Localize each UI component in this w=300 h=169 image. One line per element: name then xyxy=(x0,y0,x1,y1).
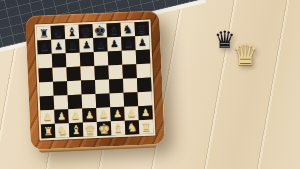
square-f2: ♟ xyxy=(110,107,125,122)
square-a6 xyxy=(38,54,53,69)
black-bishop: ♝ xyxy=(108,24,119,36)
black-bishop: ♝ xyxy=(66,26,77,38)
square-d8: ♛ xyxy=(79,24,94,39)
square-b8: ♞ xyxy=(51,25,66,40)
square-a1: ♜ xyxy=(41,124,56,139)
square-f4 xyxy=(109,79,124,94)
square-e5 xyxy=(94,65,109,80)
square-c5 xyxy=(66,67,81,82)
square-a8: ♜ xyxy=(37,26,52,41)
white-pawn: ♟ xyxy=(99,109,108,119)
square-f8: ♝ xyxy=(107,23,122,38)
square-e4 xyxy=(95,79,110,94)
square-d4 xyxy=(81,80,96,95)
white-bishop: ♝ xyxy=(112,122,123,134)
black-knight: ♞ xyxy=(52,26,63,38)
square-h8: ♜ xyxy=(135,22,150,37)
black-pawn: ♟ xyxy=(124,38,133,48)
square-g5 xyxy=(122,64,137,79)
square-f7: ♟ xyxy=(107,37,122,52)
black-pawn: ♟ xyxy=(40,42,49,52)
square-d3 xyxy=(82,94,97,109)
square-b5 xyxy=(52,67,67,82)
square-f3 xyxy=(110,93,125,108)
black-pawn: ♟ xyxy=(82,40,91,50)
square-g8: ♞ xyxy=(121,22,136,37)
square-h2: ♟ xyxy=(138,106,153,121)
square-d6 xyxy=(80,52,95,67)
white-king: ♚ xyxy=(98,121,111,136)
square-b1: ♞ xyxy=(55,123,70,138)
square-g6 xyxy=(122,50,137,65)
square-b2: ♟ xyxy=(54,109,69,124)
white-queen: ♛ xyxy=(84,123,96,136)
white-pawn: ♟ xyxy=(141,108,150,118)
white-bishop: ♝ xyxy=(71,124,82,136)
square-g3 xyxy=(124,92,139,107)
square-c6 xyxy=(66,53,81,68)
square-a5 xyxy=(38,68,53,83)
black-king: ♚ xyxy=(93,23,106,38)
spare-white-queen: ♛ xyxy=(232,40,259,70)
square-e3 xyxy=(96,93,111,108)
board-grid: ♜♞♝♛♚♝♞♜♟♟♟♟♟♟♟♟♟♟♟♟♟♟♟♟♜♞♝♛♚♝♞♜ xyxy=(35,20,156,141)
square-f6 xyxy=(108,51,123,66)
white-pawn: ♟ xyxy=(85,110,94,120)
black-pawn: ♟ xyxy=(138,38,147,48)
square-g1: ♞ xyxy=(125,120,140,135)
square-d7: ♟ xyxy=(79,38,94,53)
square-d1: ♛ xyxy=(83,122,98,137)
white-pawn: ♟ xyxy=(71,111,80,121)
black-rook: ♜ xyxy=(39,27,49,38)
square-f5 xyxy=(108,65,123,80)
square-f1: ♝ xyxy=(111,121,126,136)
black-pawn: ♟ xyxy=(96,40,105,50)
photo-scene: ♜♞♝♛♚♝♞♜♟♟♟♟♟♟♟♟♟♟♟♟♟♟♟♟♜♞♝♛♚♝♞♜ ♛ ♛ xyxy=(0,0,300,169)
white-rook: ♜ xyxy=(141,121,151,132)
square-c7: ♟ xyxy=(65,39,80,54)
square-e6 xyxy=(94,51,109,66)
white-rook: ♜ xyxy=(43,125,53,136)
white-pawn: ♟ xyxy=(43,112,52,122)
white-knight: ♞ xyxy=(126,121,137,133)
square-h7: ♟ xyxy=(135,36,150,51)
square-c2: ♟ xyxy=(68,109,83,124)
square-d5 xyxy=(80,66,95,81)
white-knight: ♞ xyxy=(57,124,68,136)
square-c1: ♝ xyxy=(69,123,84,138)
square-b3 xyxy=(54,95,69,110)
white-pawn: ♟ xyxy=(113,109,122,119)
square-a2: ♟ xyxy=(40,110,55,125)
square-c4 xyxy=(67,81,82,96)
square-h3 xyxy=(138,92,153,107)
black-rook: ♜ xyxy=(137,23,147,34)
square-d2: ♟ xyxy=(82,108,97,123)
square-a4 xyxy=(39,82,54,97)
white-pawn: ♟ xyxy=(127,108,136,118)
square-a7: ♟ xyxy=(37,40,52,55)
black-pawn: ♟ xyxy=(110,39,119,49)
black-pawn: ♟ xyxy=(68,41,77,51)
chess-board: ♜♞♝♛♚♝♞♜♟♟♟♟♟♟♟♟♟♟♟♟♟♟♟♟♜♞♝♛♚♝♞♜ xyxy=(25,10,165,150)
square-g7: ♟ xyxy=(121,36,136,51)
square-h4 xyxy=(137,78,152,93)
square-e1: ♚ xyxy=(97,121,112,136)
square-b6 xyxy=(52,53,67,68)
square-b4 xyxy=(53,81,68,96)
square-g2: ♟ xyxy=(124,106,139,121)
square-h6 xyxy=(136,50,151,65)
square-h5 xyxy=(136,64,151,79)
square-c3 xyxy=(68,95,83,110)
square-c8: ♝ xyxy=(65,25,80,40)
square-a3 xyxy=(40,96,55,111)
square-b7: ♟ xyxy=(51,39,66,54)
black-knight: ♞ xyxy=(122,23,133,35)
square-e8: ♚ xyxy=(93,23,108,38)
square-h1: ♜ xyxy=(139,120,154,135)
white-pawn: ♟ xyxy=(57,111,66,121)
square-g4 xyxy=(123,78,138,93)
black-pawn: ♟ xyxy=(54,41,63,51)
square-e7: ♟ xyxy=(93,37,108,52)
black-queen: ♛ xyxy=(80,25,92,38)
